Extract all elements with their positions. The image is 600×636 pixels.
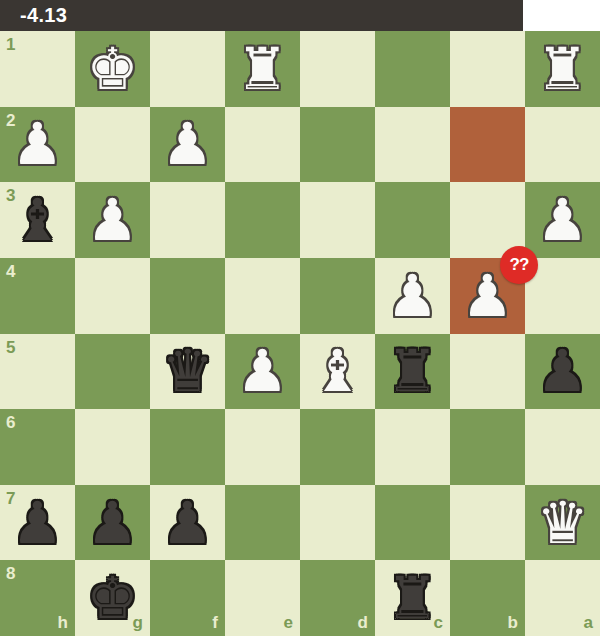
square-f5[interactable]: ♛: [150, 334, 225, 410]
square-d4[interactable]: [300, 258, 375, 334]
square-g2[interactable]: [75, 107, 150, 183]
square-e8[interactable]: e: [225, 560, 300, 636]
evaluation-bar-white-section: [523, 0, 600, 31]
square-e6[interactable]: [225, 409, 300, 485]
square-g4[interactable]: [75, 258, 150, 334]
square-a7[interactable]: ♛: [525, 485, 600, 561]
square-c3[interactable]: [375, 182, 450, 258]
square-a8[interactable]: a: [525, 560, 600, 636]
square-a5[interactable]: ♟: [525, 334, 600, 410]
piece-white-pawn[interactable]: ♟: [150, 107, 225, 183]
square-d2[interactable]: [300, 107, 375, 183]
square-c5[interactable]: ♜: [375, 334, 450, 410]
square-g5[interactable]: [75, 334, 150, 410]
square-g6[interactable]: [75, 409, 150, 485]
piece-black-pawn[interactable]: ♟: [0, 485, 75, 561]
square-f1[interactable]: [150, 31, 225, 107]
piece-white-rook[interactable]: ♜: [525, 31, 600, 107]
square-b6[interactable]: [450, 409, 525, 485]
square-d3[interactable]: [300, 182, 375, 258]
piece-black-pawn[interactable]: ♟: [525, 334, 600, 410]
square-f2[interactable]: ♟: [150, 107, 225, 183]
square-b7[interactable]: [450, 485, 525, 561]
square-c6[interactable]: [375, 409, 450, 485]
square-h6[interactable]: 6: [0, 409, 75, 485]
square-c2[interactable]: [375, 107, 450, 183]
square-a6[interactable]: [525, 409, 600, 485]
chess-app: -4.13 1♚♜♜2♟♟3♝♟♟4♟♟??5♛♟♝♜♟67♟♟♟♛8hg♚fe…: [0, 0, 600, 636]
piece-black-rook[interactable]: ♜: [375, 560, 450, 636]
piece-black-pawn[interactable]: ♟: [75, 485, 150, 561]
blunder-badge[interactable]: ??: [500, 246, 538, 284]
square-f4[interactable]: [150, 258, 225, 334]
square-b2[interactable]: [450, 107, 525, 183]
square-e1[interactable]: ♜: [225, 31, 300, 107]
square-c4[interactable]: ♟: [375, 258, 450, 334]
square-b4[interactable]: ♟??: [450, 258, 525, 334]
file-label-d: d: [358, 613, 368, 633]
square-d5[interactable]: ♝: [300, 334, 375, 410]
square-h3[interactable]: 3♝: [0, 182, 75, 258]
square-d1[interactable]: [300, 31, 375, 107]
piece-white-king[interactable]: ♚: [75, 31, 150, 107]
square-h4[interactable]: 4: [0, 258, 75, 334]
piece-white-pawn[interactable]: ♟: [75, 182, 150, 258]
square-f3[interactable]: [150, 182, 225, 258]
square-c1[interactable]: [375, 31, 450, 107]
evaluation-bar: -4.13: [0, 0, 600, 31]
square-e5[interactable]: ♟: [225, 334, 300, 410]
piece-black-king[interactable]: ♚: [75, 560, 150, 636]
piece-black-queen[interactable]: ♛: [150, 334, 225, 410]
square-d6[interactable]: [300, 409, 375, 485]
chess-board: 1♚♜♜2♟♟3♝♟♟4♟♟??5♛♟♝♜♟67♟♟♟♛8hg♚fedc♜ba: [0, 31, 600, 636]
square-e7[interactable]: [225, 485, 300, 561]
square-g8[interactable]: g♚: [75, 560, 150, 636]
rank-label-5: 5: [6, 338, 15, 358]
square-c8[interactable]: c♜: [375, 560, 450, 636]
piece-white-queen[interactable]: ♛: [525, 485, 600, 561]
square-a2[interactable]: [525, 107, 600, 183]
square-e2[interactable]: [225, 107, 300, 183]
square-g3[interactable]: ♟: [75, 182, 150, 258]
evaluation-score: -4.13: [20, 0, 67, 31]
square-g7[interactable]: ♟: [75, 485, 150, 561]
square-e3[interactable]: [225, 182, 300, 258]
square-f7[interactable]: ♟: [150, 485, 225, 561]
square-h5[interactable]: 5: [0, 334, 75, 410]
rank-label-4: 4: [6, 262, 15, 282]
square-h2[interactable]: 2♟: [0, 107, 75, 183]
square-b5[interactable]: [450, 334, 525, 410]
square-h8[interactable]: 8h: [0, 560, 75, 636]
square-f6[interactable]: [150, 409, 225, 485]
piece-white-bishop[interactable]: ♝: [300, 334, 375, 410]
rank-label-1: 1: [6, 35, 15, 55]
piece-black-pawn[interactable]: ♟: [150, 485, 225, 561]
piece-white-pawn[interactable]: ♟: [525, 182, 600, 258]
square-b8[interactable]: b: [450, 560, 525, 636]
square-a3[interactable]: ♟: [525, 182, 600, 258]
square-d8[interactable]: d: [300, 560, 375, 636]
file-label-h: h: [58, 613, 68, 633]
square-h1[interactable]: 1: [0, 31, 75, 107]
piece-white-pawn[interactable]: ♟: [375, 258, 450, 334]
square-f8[interactable]: f: [150, 560, 225, 636]
piece-black-bishop[interactable]: ♝: [0, 182, 75, 258]
square-g1[interactable]: ♚: [75, 31, 150, 107]
rank-label-6: 6: [6, 413, 15, 433]
square-d7[interactable]: [300, 485, 375, 561]
piece-white-pawn[interactable]: ♟: [0, 107, 75, 183]
piece-black-rook[interactable]: ♜: [375, 334, 450, 410]
square-h7[interactable]: 7♟: [0, 485, 75, 561]
file-label-a: a: [584, 613, 593, 633]
file-label-f: f: [212, 613, 218, 633]
file-label-e: e: [284, 613, 293, 633]
square-b1[interactable]: [450, 31, 525, 107]
rank-label-8: 8: [6, 564, 15, 584]
piece-white-pawn[interactable]: ♟: [225, 334, 300, 410]
square-a1[interactable]: ♜: [525, 31, 600, 107]
piece-white-rook[interactable]: ♜: [225, 31, 300, 107]
square-e4[interactable]: [225, 258, 300, 334]
square-c7[interactable]: [375, 485, 450, 561]
file-label-b: b: [508, 613, 518, 633]
